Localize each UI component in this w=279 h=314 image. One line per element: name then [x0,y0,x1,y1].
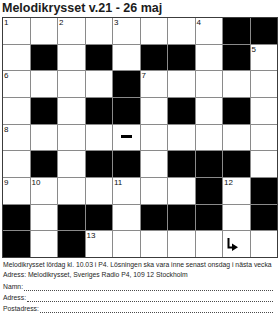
cell-r3c5 [113,71,140,97]
cell-r4c2 [31,98,58,124]
cell-r8c1 [3,205,30,231]
clue-number-7: 7 [142,71,146,80]
name-write-line[interactable] [24,282,273,291]
page-title: Melodikrysset v.21 - 26 maj [2,1,162,15]
cell-r3c7[interactable] [168,71,195,97]
address-write-line[interactable] [27,293,273,302]
cell-r3c9[interactable] [223,71,250,97]
cell-r3c4[interactable] [86,71,113,97]
cell-r9c1 [3,231,30,257]
clue-number-11: 11 [114,178,122,187]
cell-r6c8 [196,151,223,177]
cell-r1c9 [223,18,250,44]
address-info-line: Adress: Melodikrysset, Sveriges Radio P4… [3,270,275,280]
clue-number-12: 12 [224,178,233,187]
cell-r5c2[interactable] [31,125,58,151]
clue-number-13: 13 [87,231,96,240]
cell-r8c6 [141,205,168,231]
cell-r1c5[interactable]: 3 [113,18,140,44]
cell-r5c3[interactable] [58,125,85,151]
cell-r2c10[interactable]: 5 [251,45,278,71]
address-field-row: Adress: [3,292,275,303]
cell-r3c6[interactable]: 7 [141,71,168,97]
cell-r6c3[interactable] [58,151,85,177]
cell-r8c2[interactable] [31,205,58,231]
cell-r5c10[interactable] [251,125,278,151]
cell-r7c10 [251,178,278,204]
clue-number-6: 6 [4,71,8,80]
broadcast-info-line: Melodikrysset lördag kl. 10.03 i P4. Lös… [3,260,275,270]
cell-r3c3[interactable] [58,71,85,97]
crossword-grid: 12345678910111213 [2,17,278,258]
cell-r7c5[interactable]: 11 [113,178,140,204]
name-label: Namn: [3,282,23,291]
cell-r2c8[interactable] [196,45,223,71]
hyphen-mark [121,135,132,138]
cell-r8c10 [251,205,278,231]
cell-r9c5[interactable] [113,231,140,257]
cell-r7c3[interactable] [58,178,85,204]
cell-r8c5[interactable] [113,205,140,231]
postal-address-label: Postadress: [3,304,39,313]
cell-r9c8[interactable] [196,231,223,257]
cell-r7c1[interactable]: 9 [3,178,30,204]
postal-address-field-row: Postadress: [3,303,275,314]
cell-r9c6[interactable] [141,231,168,257]
cell-r2c3[interactable] [58,45,85,71]
cell-r2c7 [168,45,195,71]
cell-r4c4 [86,98,113,124]
cell-r9c7[interactable] [168,231,195,257]
cell-r5c7[interactable] [168,125,195,151]
cell-r7c9[interactable]: 12 [223,178,250,204]
cell-r1c3[interactable]: 2 [58,18,85,44]
cell-r5c8[interactable] [196,125,223,151]
cell-r4c9 [223,98,250,124]
cell-r1c4[interactable] [86,18,113,44]
clue-number-1: 1 [4,18,8,27]
cell-r5c6[interactable] [141,125,168,151]
cell-r4c8[interactable] [196,98,223,124]
cell-r1c7[interactable] [168,18,195,44]
clue-number-5: 5 [252,45,256,54]
cell-r7c6[interactable] [141,178,168,204]
cell-r8c3 [58,205,85,231]
cell-r6c9 [223,151,250,177]
cell-r5c5[interactable] [113,125,140,151]
cell-r9c9[interactable] [223,231,250,257]
cell-r7c7[interactable] [168,178,195,204]
cell-r3c2[interactable] [31,71,58,97]
cell-r8c7 [168,205,195,231]
cell-r2c6 [141,45,168,71]
cell-r5c1[interactable]: 8 [3,125,30,151]
cell-r2c9 [223,45,250,71]
cell-r3c8[interactable] [196,71,223,97]
cell-r4c5 [113,98,140,124]
cell-r6c4 [86,151,113,177]
cell-r4c10[interactable] [251,98,278,124]
postal-address-write-line[interactable] [40,304,273,313]
cell-r1c6[interactable] [141,18,168,44]
clue-number-9: 9 [4,178,8,187]
cell-r9c4[interactable]: 13 [86,231,113,257]
cell-r1c1[interactable]: 1 [3,18,30,44]
clue-number-4: 4 [197,18,201,27]
cell-r5c9[interactable] [223,125,250,151]
cell-r9c10[interactable] [251,231,278,257]
cell-r1c2[interactable] [31,18,58,44]
cell-r9c2[interactable] [31,231,58,257]
cell-r8c9[interactable] [223,205,250,231]
cell-r4c3[interactable] [58,98,85,124]
cell-r1c10 [251,18,278,44]
cell-r6c5 [113,151,140,177]
address-label: Adress: [3,293,26,302]
cell-r7c2[interactable]: 10 [31,178,58,204]
cell-r1c8[interactable]: 4 [196,18,223,44]
clue-number-10: 10 [32,178,41,187]
cell-r7c4[interactable] [86,178,113,204]
clue-number-8: 8 [4,125,8,134]
cell-r6c2 [31,151,58,177]
cell-r2c4 [86,45,113,71]
cell-r6c1[interactable] [3,151,30,177]
clue-number-3: 3 [114,18,118,27]
cell-r8c4 [86,205,113,231]
cell-r3c1[interactable]: 6 [3,71,30,97]
cell-r2c2 [31,45,58,71]
name-field-row: Namn: [3,281,275,292]
cell-r4c7 [168,98,195,124]
cell-r4c6[interactable] [141,98,168,124]
footer: Melodikrysset lördag kl. 10.03 i P4. Lös… [3,260,275,313]
cell-r6c7 [168,151,195,177]
continue-arrow-icon [225,237,239,255]
cell-r6c10[interactable] [251,151,278,177]
melodikrysset-page: { "game": "crossword", "variant": "Melod… [0,0,279,314]
cell-r3c10[interactable] [251,71,278,97]
cell-r5c4[interactable] [86,125,113,151]
clue-number-2: 2 [59,18,63,27]
cell-r4c1[interactable] [3,98,30,124]
cell-r2c5[interactable] [113,45,140,71]
cell-r6c6[interactable] [141,151,168,177]
cell-r8c8 [196,205,223,231]
cell-r7c8 [196,178,223,204]
cell-r9c3 [58,231,85,257]
cell-r2c1[interactable] [3,45,30,71]
